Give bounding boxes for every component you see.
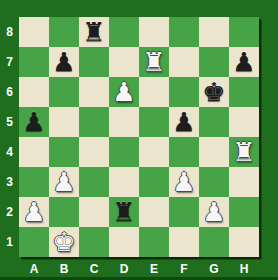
square-b1[interactable]: ♚ bbox=[49, 227, 79, 257]
file-label-b: B bbox=[49, 261, 79, 277]
square-b7[interactable]: ♟ bbox=[49, 47, 79, 77]
file-label-c: C bbox=[79, 261, 109, 277]
rank-label-1: 1 bbox=[0, 227, 19, 257]
piece-black-king[interactable]: ♚ bbox=[202, 77, 225, 107]
square-c1[interactable] bbox=[79, 227, 109, 257]
square-g8[interactable] bbox=[199, 17, 229, 47]
piece-white-king[interactable]: ♚ bbox=[52, 227, 75, 257]
square-f8[interactable] bbox=[169, 17, 199, 47]
square-c3[interactable] bbox=[79, 167, 109, 197]
rank-label-8: 8 bbox=[0, 17, 19, 47]
square-h4[interactable]: ♜ bbox=[229, 137, 259, 167]
file-label-e: E bbox=[139, 261, 169, 277]
square-a5[interactable]: ♟ bbox=[19, 107, 49, 137]
piece-white-rook[interactable]: ♜ bbox=[232, 137, 255, 167]
square-h6[interactable] bbox=[229, 77, 259, 107]
piece-black-pawn[interactable]: ♟ bbox=[232, 47, 255, 77]
square-d4[interactable] bbox=[109, 137, 139, 167]
square-e6[interactable] bbox=[139, 77, 169, 107]
file-label-a: A bbox=[19, 261, 49, 277]
square-h7[interactable]: ♟ bbox=[229, 47, 259, 77]
square-h3[interactable] bbox=[229, 167, 259, 197]
square-a3[interactable] bbox=[19, 167, 49, 197]
rank-label-5: 5 bbox=[0, 107, 19, 137]
rank-labels: 87654321 bbox=[0, 17, 19, 257]
square-c7[interactable] bbox=[79, 47, 109, 77]
piece-white-rook[interactable]: ♜ bbox=[142, 47, 165, 77]
square-h2[interactable] bbox=[229, 197, 259, 227]
square-a6[interactable] bbox=[19, 77, 49, 107]
square-b2[interactable] bbox=[49, 197, 79, 227]
square-b5[interactable] bbox=[49, 107, 79, 137]
square-g1[interactable] bbox=[199, 227, 229, 257]
rank-label-3: 3 bbox=[0, 167, 19, 197]
square-g2[interactable]: ♟ bbox=[199, 197, 229, 227]
square-g3[interactable] bbox=[199, 167, 229, 197]
square-f4[interactable] bbox=[169, 137, 199, 167]
square-f5[interactable]: ♟ bbox=[169, 107, 199, 137]
square-f3[interactable]: ♟ bbox=[169, 167, 199, 197]
square-f6[interactable] bbox=[169, 77, 199, 107]
square-a7[interactable] bbox=[19, 47, 49, 77]
square-e4[interactable] bbox=[139, 137, 169, 167]
square-e2[interactable] bbox=[139, 197, 169, 227]
square-a2[interactable]: ♟ bbox=[19, 197, 49, 227]
rank-label-2: 2 bbox=[0, 197, 19, 227]
square-c5[interactable] bbox=[79, 107, 109, 137]
square-h5[interactable] bbox=[229, 107, 259, 137]
rank-label-4: 4 bbox=[0, 137, 19, 167]
square-e7[interactable]: ♜ bbox=[139, 47, 169, 77]
square-e1[interactable] bbox=[139, 227, 169, 257]
piece-white-pawn[interactable]: ♟ bbox=[22, 197, 45, 227]
square-d7[interactable] bbox=[109, 47, 139, 77]
square-e5[interactable] bbox=[139, 107, 169, 137]
piece-black-rook[interactable]: ♜ bbox=[82, 17, 105, 47]
square-b6[interactable] bbox=[49, 77, 79, 107]
chess-board: ♜♟♜♟♟♚♟♟♜♟♟♟♜♟♚ bbox=[19, 17, 259, 257]
rank-label-7: 7 bbox=[0, 47, 19, 77]
square-f2[interactable] bbox=[169, 197, 199, 227]
square-e3[interactable] bbox=[139, 167, 169, 197]
file-label-g: G bbox=[199, 261, 229, 277]
square-c4[interactable] bbox=[79, 137, 109, 167]
file-labels: ABCDEFGH bbox=[19, 261, 259, 277]
piece-black-pawn[interactable]: ♟ bbox=[22, 107, 45, 137]
square-d8[interactable] bbox=[109, 17, 139, 47]
square-b4[interactable] bbox=[49, 137, 79, 167]
piece-white-pawn[interactable]: ♟ bbox=[112, 77, 135, 107]
square-d6[interactable]: ♟ bbox=[109, 77, 139, 107]
square-f7[interactable] bbox=[169, 47, 199, 77]
square-c8[interactable]: ♜ bbox=[79, 17, 109, 47]
square-d5[interactable] bbox=[109, 107, 139, 137]
square-d2[interactable]: ♜ bbox=[109, 197, 139, 227]
square-a4[interactable] bbox=[19, 137, 49, 167]
piece-white-pawn[interactable]: ♟ bbox=[202, 197, 225, 227]
square-g6[interactable]: ♚ bbox=[199, 77, 229, 107]
square-e8[interactable] bbox=[139, 17, 169, 47]
square-g4[interactable] bbox=[199, 137, 229, 167]
square-b8[interactable] bbox=[49, 17, 79, 47]
square-c2[interactable] bbox=[79, 197, 109, 227]
rank-label-6: 6 bbox=[0, 77, 19, 107]
chess-diagram: 87654321 ♜♟♜♟♟♚♟♟♜♟♟♟♜♟♚ ABCDEFGH bbox=[0, 0, 278, 280]
square-b3[interactable]: ♟ bbox=[49, 167, 79, 197]
square-d3[interactable] bbox=[109, 167, 139, 197]
square-d1[interactable] bbox=[109, 227, 139, 257]
piece-black-rook[interactable]: ♜ bbox=[112, 197, 135, 227]
square-f1[interactable] bbox=[169, 227, 199, 257]
piece-white-pawn[interactable]: ♟ bbox=[52, 167, 75, 197]
piece-black-pawn[interactable]: ♟ bbox=[172, 107, 195, 137]
square-h1[interactable] bbox=[229, 227, 259, 257]
square-c6[interactable] bbox=[79, 77, 109, 107]
piece-black-pawn[interactable]: ♟ bbox=[52, 47, 75, 77]
piece-white-pawn[interactable]: ♟ bbox=[172, 167, 195, 197]
file-label-f: F bbox=[169, 261, 199, 277]
file-label-h: H bbox=[229, 261, 259, 277]
square-a8[interactable] bbox=[19, 17, 49, 47]
square-g7[interactable] bbox=[199, 47, 229, 77]
square-g5[interactable] bbox=[199, 107, 229, 137]
file-label-d: D bbox=[109, 261, 139, 277]
square-h8[interactable] bbox=[229, 17, 259, 47]
square-a1[interactable] bbox=[19, 227, 49, 257]
